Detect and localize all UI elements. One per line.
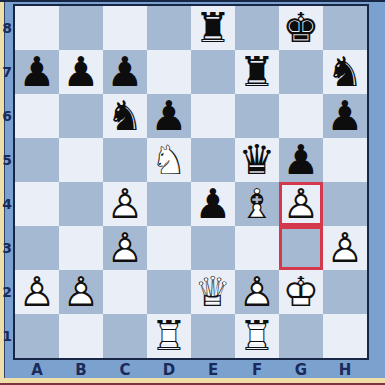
square-h5[interactable] — [323, 138, 367, 182]
square-e4[interactable]: ♟ — [191, 182, 235, 226]
white-rook[interactable]: ♜♖ — [235, 314, 279, 358]
square-c7[interactable]: ♟ — [103, 50, 147, 94]
square-d5[interactable]: ♞♘ — [147, 138, 191, 182]
square-d1[interactable]: ♜♖ — [147, 314, 191, 358]
board[interactable]: ♜♚♟♟♟♜♞♞♟♟♞♘♛♟♟♙♟♝♗♟♙♟♙♟♙♟♙♟♙♛♕♟♙♚♔♜♖♜♖ — [13, 4, 369, 360]
piece-fill-glyph: ♛ — [191, 270, 235, 314]
rank-label-5: 5 — [1, 138, 13, 182]
rank-labels: 87654321 — [0, 0, 13, 385]
piece-outline-glyph: ♖ — [147, 314, 191, 358]
piece-fill-glyph: ♟ — [235, 270, 279, 314]
white-rook[interactable]: ♜♖ — [147, 314, 191, 358]
piece-fill-glyph: ♟ — [103, 226, 147, 270]
piece-fill-glyph: ♜ — [147, 314, 191, 358]
black-knight[interactable]: ♞ — [323, 50, 367, 94]
piece-outline-glyph: ♕ — [191, 270, 235, 314]
square-d3[interactable] — [147, 226, 191, 270]
black-pawn[interactable]: ♟ — [103, 50, 147, 94]
piece-fill-glyph: ♞ — [323, 50, 367, 94]
piece-outline-glyph: ♙ — [235, 270, 279, 314]
file-label-e: E — [191, 360, 235, 379]
piece-outline-glyph: ♖ — [235, 314, 279, 358]
white-queen[interactable]: ♛♕ — [191, 270, 235, 314]
square-a7[interactable]: ♟ — [15, 50, 59, 94]
piece-fill-glyph: ♟ — [279, 138, 323, 182]
square-h2[interactable] — [323, 270, 367, 314]
square-a8[interactable] — [15, 6, 59, 50]
piece-outline-glyph: ♙ — [15, 270, 59, 314]
piece-fill-glyph: ♟ — [191, 182, 235, 226]
square-d4[interactable] — [147, 182, 191, 226]
rank-label-1: 1 — [1, 314, 13, 358]
piece-outline-glyph: ♙ — [279, 182, 323, 226]
black-king[interactable]: ♚ — [279, 6, 323, 50]
square-g2[interactable]: ♚♔ — [279, 270, 323, 314]
square-b6[interactable] — [59, 94, 103, 138]
square-c1[interactable] — [103, 314, 147, 358]
square-h6[interactable]: ♟ — [323, 94, 367, 138]
file-label-h: H — [323, 360, 367, 379]
square-b1[interactable] — [59, 314, 103, 358]
black-knight[interactable]: ♞ — [103, 94, 147, 138]
file-label-d: D — [147, 360, 191, 379]
black-rook[interactable]: ♜ — [235, 50, 279, 94]
square-f6[interactable] — [235, 94, 279, 138]
file-label-f: F — [235, 360, 279, 379]
rank-label-4: 4 — [1, 182, 13, 226]
black-pawn[interactable]: ♟ — [147, 94, 191, 138]
square-c3[interactable]: ♟♙ — [103, 226, 147, 270]
piece-fill-glyph: ♟ — [103, 182, 147, 226]
piece-fill-glyph: ♟ — [59, 270, 103, 314]
piece-outline-glyph: ♗ — [235, 182, 279, 226]
square-e2[interactable]: ♛♕ — [191, 270, 235, 314]
black-pawn[interactable]: ♟ — [59, 50, 103, 94]
square-b7[interactable]: ♟ — [59, 50, 103, 94]
piece-fill-glyph: ♛ — [235, 138, 279, 182]
piece-outline-glyph: ♙ — [103, 226, 147, 270]
square-e3[interactable] — [191, 226, 235, 270]
file-labels: ABCDEFGH — [15, 360, 367, 379]
rank-label-3: 3 — [1, 226, 13, 270]
piece-outline-glyph: ♙ — [323, 226, 367, 270]
rank-label-8: 8 — [1, 6, 13, 50]
square-d2[interactable] — [147, 270, 191, 314]
piece-outline-glyph: ♘ — [147, 138, 191, 182]
piece-fill-glyph: ♟ — [279, 182, 323, 226]
square-f8[interactable] — [235, 6, 279, 50]
square-e5[interactable] — [191, 138, 235, 182]
square-b3[interactable] — [59, 226, 103, 270]
square-g5[interactable]: ♟ — [279, 138, 323, 182]
square-c2[interactable] — [103, 270, 147, 314]
piece-fill-glyph: ♟ — [147, 94, 191, 138]
square-h3[interactable]: ♟♙ — [323, 226, 367, 270]
piece-fill-glyph: ♟ — [323, 226, 367, 270]
square-g4[interactable]: ♟♙ — [279, 182, 323, 226]
square-b8[interactable] — [59, 6, 103, 50]
square-h4[interactable] — [323, 182, 367, 226]
square-f2[interactable]: ♟♙ — [235, 270, 279, 314]
white-knight[interactable]: ♞♘ — [147, 138, 191, 182]
square-h8[interactable] — [323, 6, 367, 50]
square-e8[interactable]: ♜ — [191, 6, 235, 50]
square-b2[interactable]: ♟♙ — [59, 270, 103, 314]
black-pawn[interactable]: ♟ — [191, 182, 235, 226]
square-f4[interactable]: ♝♗ — [235, 182, 279, 226]
square-e1[interactable] — [191, 314, 235, 358]
piece-outline-glyph: ♙ — [103, 182, 147, 226]
square-f7[interactable]: ♜ — [235, 50, 279, 94]
square-e6[interactable] — [191, 94, 235, 138]
square-f1[interactable]: ♜♖ — [235, 314, 279, 358]
rank-label-6: 6 — [1, 94, 13, 138]
square-b5[interactable] — [59, 138, 103, 182]
white-pawn[interactable]: ♟♙ — [279, 182, 323, 226]
white-pawn[interactable]: ♟♙ — [323, 226, 367, 270]
file-label-c: C — [103, 360, 147, 379]
piece-fill-glyph: ♟ — [59, 50, 103, 94]
piece-fill-glyph: ♟ — [15, 50, 59, 94]
square-d6[interactable]: ♟ — [147, 94, 191, 138]
square-g6[interactable] — [279, 94, 323, 138]
square-g3[interactable] — [279, 226, 323, 270]
black-pawn[interactable]: ♟ — [279, 138, 323, 182]
piece-fill-glyph: ♜ — [191, 6, 235, 50]
window-top-edge — [0, 0, 385, 2]
file-label-b: B — [59, 360, 103, 379]
white-pawn[interactable]: ♟♙ — [235, 270, 279, 314]
square-b4[interactable] — [59, 182, 103, 226]
square-h1[interactable] — [323, 314, 367, 358]
square-c8[interactable] — [103, 6, 147, 50]
square-h7[interactable]: ♞ — [323, 50, 367, 94]
square-a1[interactable] — [15, 314, 59, 358]
white-pawn[interactable]: ♟♙ — [59, 270, 103, 314]
square-g8[interactable]: ♚ — [279, 6, 323, 50]
white-bishop[interactable]: ♝♗ — [235, 182, 279, 226]
rank-label-2: 2 — [1, 270, 13, 314]
piece-fill-glyph: ♟ — [323, 94, 367, 138]
square-e7[interactable] — [191, 50, 235, 94]
piece-fill-glyph: ♟ — [15, 270, 59, 314]
piece-fill-glyph: ♜ — [235, 50, 279, 94]
square-f3[interactable] — [235, 226, 279, 270]
square-g7[interactable] — [279, 50, 323, 94]
square-g1[interactable] — [279, 314, 323, 358]
piece-fill-glyph: ♞ — [147, 138, 191, 182]
rank-label-7: 7 — [1, 50, 13, 94]
square-a6[interactable] — [15, 94, 59, 138]
square-c5[interactable] — [103, 138, 147, 182]
piece-fill-glyph: ♝ — [235, 182, 279, 226]
square-c6[interactable]: ♞ — [103, 94, 147, 138]
piece-outline-glyph: ♔ — [279, 270, 323, 314]
black-pawn[interactable]: ♟ — [15, 50, 59, 94]
piece-outline-glyph: ♙ — [59, 270, 103, 314]
square-a3[interactable] — [15, 226, 59, 270]
square-d8[interactable] — [147, 6, 191, 50]
piece-fill-glyph: ♞ — [103, 94, 147, 138]
square-c4[interactable]: ♟♙ — [103, 182, 147, 226]
piece-fill-glyph: ♜ — [235, 314, 279, 358]
piece-fill-glyph: ♚ — [279, 270, 323, 314]
white-pawn[interactable]: ♟♙ — [103, 182, 147, 226]
square-a5[interactable] — [15, 138, 59, 182]
piece-fill-glyph: ♟ — [103, 50, 147, 94]
black-rook[interactable]: ♜ — [191, 6, 235, 50]
black-pawn[interactable]: ♟ — [323, 94, 367, 138]
square-a4[interactable] — [15, 182, 59, 226]
piece-fill-glyph: ♚ — [279, 6, 323, 50]
square-a2[interactable]: ♟♙ — [15, 270, 59, 314]
black-queen[interactable]: ♛ — [235, 138, 279, 182]
file-label-g: G — [279, 360, 323, 379]
white-pawn[interactable]: ♟♙ — [15, 270, 59, 314]
square-d7[interactable] — [147, 50, 191, 94]
white-pawn[interactable]: ♟♙ — [103, 226, 147, 270]
chess-app-window: 87654321 ♜♚♟♟♟♜♞♞♟♟♞♘♛♟♟♙♟♝♗♟♙♟♙♟♙♟♙♟♙♛♕… — [0, 0, 385, 385]
square-f5[interactable]: ♛ — [235, 138, 279, 182]
file-label-a: A — [15, 360, 59, 379]
white-king[interactable]: ♚♔ — [279, 270, 323, 314]
